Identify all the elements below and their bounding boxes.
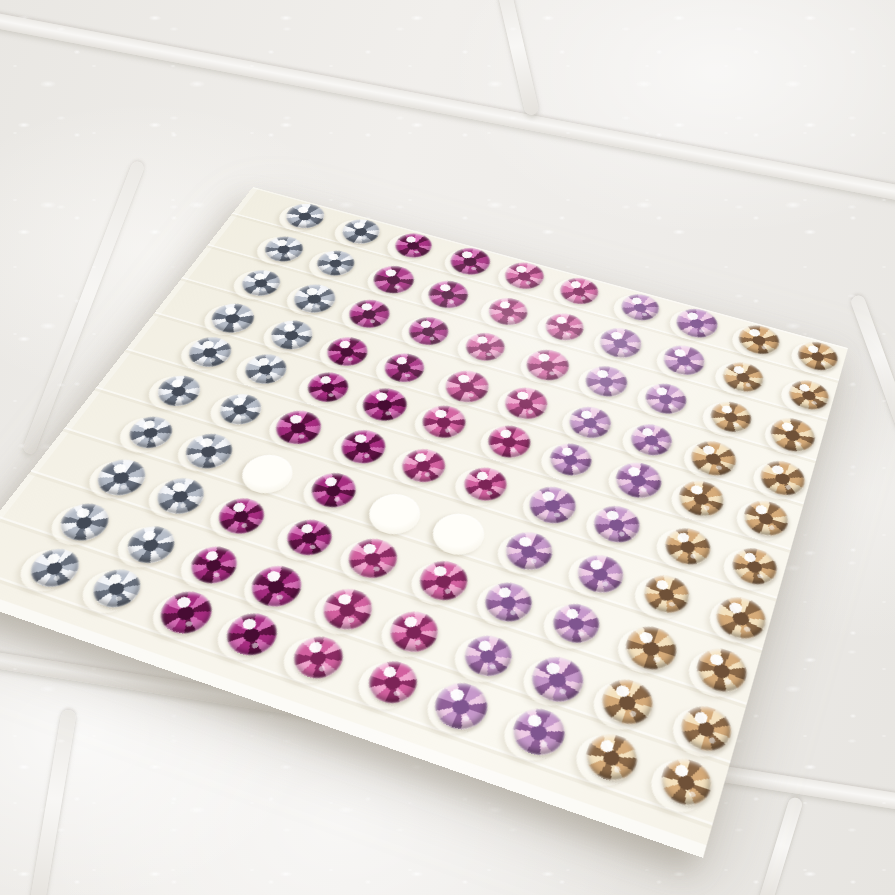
empty-adhesive-pad (233, 449, 300, 498)
rhinestone-sticker-sheet (0, 187, 848, 858)
empty-adhesive-pad (361, 488, 427, 540)
photo-scene (0, 0, 895, 895)
sticker-sheet-wrapper (0, 0, 895, 895)
empty-adhesive-pad (425, 508, 491, 561)
